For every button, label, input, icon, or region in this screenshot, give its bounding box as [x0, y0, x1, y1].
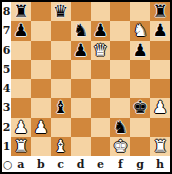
white-rook-a1: ♜ — [13, 138, 28, 155]
white-bishop-c1: ♝ — [53, 138, 68, 155]
black-queen-c8: ♛ — [53, 3, 68, 20]
square-c8[interactable]: ♛ — [51, 2, 71, 21]
square-d7[interactable]: ♞ — [71, 21, 91, 40]
square-a5[interactable] — [11, 60, 31, 79]
chess-board-frame: 87654321 ♜♛♜♟♞♟♞♟♟♛♟♝♚♟♟♟♞♜♝♚♜ ○ abcdefg… — [0, 0, 172, 174]
square-h3[interactable]: ♟ — [150, 98, 170, 117]
white-pawn-h3: ♟ — [152, 99, 167, 116]
square-f2[interactable]: ♞ — [110, 118, 130, 137]
square-f4[interactable] — [110, 79, 130, 98]
file-label-g: g — [130, 156, 150, 172]
square-h7[interactable]: ♟ — [150, 21, 170, 40]
square-g8[interactable] — [130, 2, 150, 21]
square-e7[interactable]: ♟ — [91, 21, 111, 40]
square-b1[interactable] — [31, 137, 51, 156]
square-f1[interactable]: ♚ — [110, 137, 130, 156]
rank-label-6: 6 — [2, 41, 11, 60]
square-b8[interactable] — [31, 2, 51, 21]
square-c1[interactable]: ♝ — [51, 137, 71, 156]
square-g4[interactable] — [130, 79, 150, 98]
chess-board: ♜♛♜♟♞♟♞♟♟♛♟♝♚♟♟♟♞♜♝♚♜ — [11, 2, 170, 156]
square-h2[interactable] — [150, 118, 170, 137]
square-e2[interactable] — [91, 118, 111, 137]
rank-label-2: 2 — [2, 118, 11, 137]
square-a2[interactable]: ♟ — [11, 118, 31, 137]
turn-indicator-area: ○ — [2, 156, 11, 172]
square-c3[interactable]: ♝ — [51, 98, 71, 117]
square-h4[interactable] — [150, 79, 170, 98]
square-d6[interactable]: ♟ — [71, 41, 91, 60]
square-a6[interactable] — [11, 41, 31, 60]
square-f6[interactable] — [110, 41, 130, 60]
square-e5[interactable] — [91, 60, 111, 79]
file-label-c: c — [51, 156, 71, 172]
white-queen-e6: ♛ — [93, 42, 108, 59]
square-e1[interactable] — [91, 137, 111, 156]
file-label-f: f — [110, 156, 130, 172]
square-h5[interactable] — [150, 60, 170, 79]
black-pawn-g6: ♟ — [133, 42, 148, 59]
black-bishop-c3: ♝ — [53, 99, 68, 116]
square-e4[interactable] — [91, 79, 111, 98]
square-d5[interactable] — [71, 60, 91, 79]
square-c6[interactable] — [51, 41, 71, 60]
square-g5[interactable] — [130, 60, 150, 79]
square-d1[interactable] — [71, 137, 91, 156]
square-g3[interactable]: ♚ — [130, 98, 150, 117]
square-c2[interactable] — [51, 118, 71, 137]
square-a1[interactable]: ♜ — [11, 137, 31, 156]
white-rook-h1: ♜ — [152, 138, 167, 155]
square-g2[interactable] — [130, 118, 150, 137]
square-e6[interactable]: ♛ — [91, 41, 111, 60]
square-a7[interactable]: ♟ — [11, 21, 31, 40]
square-f7[interactable] — [110, 21, 130, 40]
file-label-a: a — [11, 156, 31, 172]
square-d8[interactable] — [71, 2, 91, 21]
rank-label-5: 5 — [2, 60, 11, 79]
square-c4[interactable] — [51, 79, 71, 98]
rank-label-4: 4 — [2, 79, 11, 98]
square-d4[interactable] — [71, 79, 91, 98]
square-b4[interactable] — [31, 79, 51, 98]
file-label-d: d — [71, 156, 91, 172]
white-pawn-b2: ♟ — [33, 119, 48, 136]
file-label-e: e — [91, 156, 111, 172]
rank-labels: 87654321 — [2, 2, 11, 156]
square-g7[interactable]: ♞ — [130, 21, 150, 40]
black-pawn-e7: ♟ — [93, 22, 108, 39]
rank-label-7: 7 — [2, 21, 11, 40]
square-c5[interactable] — [51, 60, 71, 79]
square-b6[interactable] — [31, 41, 51, 60]
black-knight-d7: ♞ — [73, 22, 88, 39]
square-e8[interactable] — [91, 2, 111, 21]
white-king-f1: ♚ — [113, 138, 128, 155]
square-a8[interactable]: ♜ — [11, 2, 31, 21]
rank-label-1: 1 — [2, 137, 11, 156]
file-label-h: h — [150, 156, 170, 172]
black-knight-f2: ♞ — [113, 119, 128, 136]
square-f8[interactable] — [110, 2, 130, 21]
file-label-b: b — [31, 156, 51, 172]
black-rook-a8: ♜ — [13, 3, 28, 20]
square-c7[interactable] — [51, 21, 71, 40]
black-pawn-d6: ♟ — [73, 42, 88, 59]
rank-label-3: 3 — [2, 98, 11, 117]
file-labels: abcdefgh — [11, 156, 170, 172]
square-a3[interactable] — [11, 98, 31, 117]
square-b7[interactable] — [31, 21, 51, 40]
square-b5[interactable] — [31, 60, 51, 79]
black-rook-h8: ♜ — [152, 3, 167, 20]
square-a4[interactable] — [11, 79, 31, 98]
square-b2[interactable]: ♟ — [31, 118, 51, 137]
square-h6[interactable] — [150, 41, 170, 60]
black-pawn-a7: ♟ — [13, 22, 28, 39]
square-h1[interactable]: ♜ — [150, 137, 170, 156]
square-h8[interactable]: ♜ — [150, 2, 170, 21]
white-pawn-a2: ♟ — [13, 119, 28, 136]
rank-label-8: 8 — [2, 2, 11, 21]
white-knight-g7: ♞ — [133, 22, 148, 39]
square-g1[interactable] — [130, 137, 150, 156]
square-e3[interactable] — [91, 98, 111, 117]
square-d3[interactable] — [71, 98, 91, 117]
square-f5[interactable] — [110, 60, 130, 79]
square-f3[interactable] — [110, 98, 130, 117]
square-d2[interactable] — [71, 118, 91, 137]
black-pawn-h7: ♟ — [152, 22, 167, 39]
square-g6[interactable]: ♟ — [130, 41, 150, 60]
square-b3[interactable] — [31, 98, 51, 117]
black-king-g3: ♚ — [133, 99, 148, 116]
